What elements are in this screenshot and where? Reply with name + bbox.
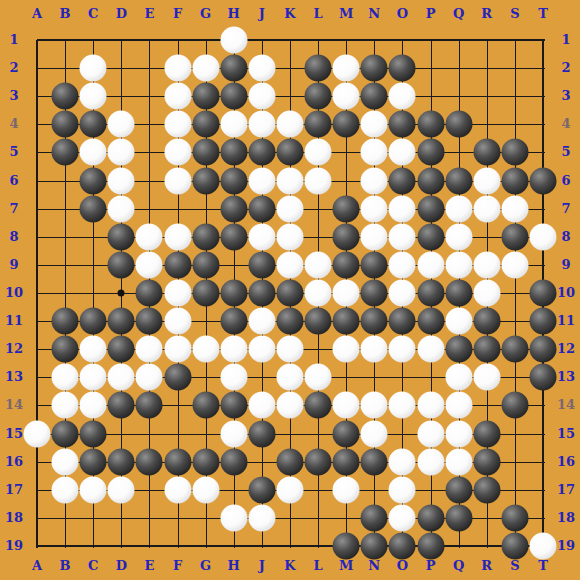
black-stone-P7[interactable] — [417, 195, 444, 222]
white-stone-H1[interactable] — [220, 27, 247, 54]
black-stone-H8[interactable] — [220, 223, 247, 250]
white-stone-H12[interactable] — [220, 336, 247, 363]
row-label-right: 16 — [553, 455, 579, 469]
column-label-bottom: K — [277, 559, 303, 573]
row-label-right: 7 — [553, 202, 579, 216]
column-label-bottom: N — [361, 559, 387, 573]
white-stone-L6[interactable] — [305, 167, 332, 194]
white-stone-O5[interactable] — [389, 139, 416, 166]
column-label-top: C — [80, 7, 106, 21]
black-stone-O19[interactable] — [389, 532, 416, 559]
white-stone-O14[interactable] — [389, 392, 416, 419]
black-stone-B12[interactable] — [52, 336, 79, 363]
black-stone-E11[interactable] — [136, 308, 163, 335]
black-stone-D9[interactable] — [108, 251, 135, 278]
row-label-right: 15 — [553, 427, 579, 441]
white-stone-O7[interactable] — [389, 195, 416, 222]
white-stone-M3[interactable] — [333, 83, 360, 110]
black-stone-O4[interactable] — [389, 111, 416, 138]
row-label-left: 3 — [1, 89, 27, 103]
white-stone-Q14[interactable] — [445, 392, 472, 419]
white-stone-F3[interactable] — [164, 83, 191, 110]
row-label-right: 4 — [553, 117, 579, 131]
black-stone-R5[interactable] — [473, 139, 500, 166]
black-stone-T10[interactable] — [529, 279, 556, 306]
black-stone-J17[interactable] — [248, 476, 275, 503]
black-stone-S19[interactable] — [501, 532, 528, 559]
white-stone-C17[interactable] — [80, 476, 107, 503]
white-stone-A15[interactable] — [24, 420, 51, 447]
white-stone-Q7[interactable] — [445, 195, 472, 222]
black-stone-C16[interactable] — [80, 448, 107, 475]
white-stone-F8[interactable] — [164, 223, 191, 250]
black-stone-Q4[interactable] — [445, 111, 472, 138]
white-stone-D5[interactable] — [108, 139, 135, 166]
black-stone-C7[interactable] — [80, 195, 107, 222]
black-stone-H5[interactable] — [220, 139, 247, 166]
row-label-left: 10 — [1, 286, 27, 300]
black-stone-K11[interactable] — [276, 308, 303, 335]
black-stone-B4[interactable] — [52, 111, 79, 138]
white-stone-R10[interactable] — [473, 279, 500, 306]
column-label-top: O — [389, 7, 415, 21]
black-stone-E14[interactable] — [136, 392, 163, 419]
black-stone-N9[interactable] — [361, 251, 388, 278]
black-stone-L11[interactable] — [305, 308, 332, 335]
column-label-bottom: O — [389, 559, 415, 573]
white-stone-K17[interactable] — [276, 476, 303, 503]
column-label-bottom: M — [333, 559, 359, 573]
black-stone-J5[interactable] — [248, 139, 275, 166]
black-stone-S12[interactable] — [501, 336, 528, 363]
black-stone-B3[interactable] — [52, 83, 79, 110]
column-label-bottom: D — [108, 559, 134, 573]
white-stone-F4[interactable] — [164, 111, 191, 138]
white-stone-O9[interactable] — [389, 251, 416, 278]
black-stone-H11[interactable] — [220, 308, 247, 335]
white-stone-R9[interactable] — [473, 251, 500, 278]
column-label-bottom: L — [305, 559, 331, 573]
black-stone-O11[interactable] — [389, 308, 416, 335]
white-stone-N12[interactable] — [361, 336, 388, 363]
white-stone-N15[interactable] — [361, 420, 388, 447]
grid-line-vertical — [36, 40, 38, 548]
white-stone-K14[interactable] — [276, 392, 303, 419]
white-stone-N4[interactable] — [361, 111, 388, 138]
black-stone-H16[interactable] — [220, 448, 247, 475]
black-stone-E16[interactable] — [136, 448, 163, 475]
row-label-left: 17 — [1, 483, 27, 497]
black-stone-J15[interactable] — [248, 420, 275, 447]
white-stone-Q9[interactable] — [445, 251, 472, 278]
white-stone-F6[interactable] — [164, 167, 191, 194]
white-stone-H15[interactable] — [220, 420, 247, 447]
white-stone-G12[interactable] — [192, 336, 219, 363]
black-stone-G16[interactable] — [192, 448, 219, 475]
white-stone-D17[interactable] — [108, 476, 135, 503]
black-stone-Q18[interactable] — [445, 504, 472, 531]
white-stone-L5[interactable] — [305, 139, 332, 166]
white-stone-O18[interactable] — [389, 504, 416, 531]
column-label-bottom: H — [221, 559, 247, 573]
black-stone-P4[interactable] — [417, 111, 444, 138]
row-label-right: 18 — [553, 511, 579, 525]
black-stone-M7[interactable] — [333, 195, 360, 222]
column-label-top: R — [474, 7, 500, 21]
black-stone-F13[interactable] — [164, 364, 191, 391]
column-label-bottom: R — [474, 559, 500, 573]
black-stone-T13[interactable] — [529, 364, 556, 391]
black-stone-D12[interactable] — [108, 336, 135, 363]
white-stone-P14[interactable] — [417, 392, 444, 419]
black-stone-T11[interactable] — [529, 308, 556, 335]
black-stone-D8[interactable] — [108, 223, 135, 250]
white-stone-E8[interactable] — [136, 223, 163, 250]
black-stone-O2[interactable] — [389, 55, 416, 82]
column-label-top: T — [530, 7, 556, 21]
black-stone-P5[interactable] — [417, 139, 444, 166]
black-stone-H14[interactable] — [220, 392, 247, 419]
black-stone-M4[interactable] — [333, 111, 360, 138]
row-label-right: 5 — [553, 145, 579, 159]
black-stone-T6[interactable] — [529, 167, 556, 194]
black-stone-T12[interactable] — [529, 336, 556, 363]
white-stone-N5[interactable] — [361, 139, 388, 166]
black-stone-P11[interactable] — [417, 308, 444, 335]
white-stone-N6[interactable] — [361, 167, 388, 194]
grid-line-horizontal — [37, 96, 545, 97]
black-stone-R11[interactable] — [473, 308, 500, 335]
row-label-right: 19 — [553, 539, 579, 553]
column-label-top: M — [333, 7, 359, 21]
white-stone-J2[interactable] — [248, 55, 275, 82]
black-stone-P6[interactable] — [417, 167, 444, 194]
white-stone-M2[interactable] — [333, 55, 360, 82]
grid-line-horizontal — [37, 68, 545, 69]
white-stone-J14[interactable] — [248, 392, 275, 419]
column-label-bottom: A — [24, 559, 50, 573]
white-stone-T19[interactable] — [529, 532, 556, 559]
white-stone-K12[interactable] — [276, 336, 303, 363]
black-stone-N11[interactable] — [361, 308, 388, 335]
black-stone-C4[interactable] — [80, 111, 107, 138]
black-stone-N16[interactable] — [361, 448, 388, 475]
row-label-left: 12 — [1, 342, 27, 356]
black-stone-F16[interactable] — [164, 448, 191, 475]
white-stone-F12[interactable] — [164, 336, 191, 363]
column-label-top: A — [24, 7, 50, 21]
black-stone-S5[interactable] — [501, 139, 528, 166]
black-stone-N10[interactable] — [361, 279, 388, 306]
white-stone-J12[interactable] — [248, 336, 275, 363]
column-label-top: E — [136, 7, 162, 21]
black-stone-D16[interactable] — [108, 448, 135, 475]
white-stone-B14[interactable] — [52, 392, 79, 419]
white-stone-L9[interactable] — [305, 251, 332, 278]
black-stone-G8[interactable] — [192, 223, 219, 250]
column-label-top: S — [502, 7, 528, 21]
white-stone-D4[interactable] — [108, 111, 135, 138]
white-stone-Q13[interactable] — [445, 364, 472, 391]
row-label-left: 13 — [1, 370, 27, 384]
black-stone-D14[interactable] — [108, 392, 135, 419]
white-stone-N8[interactable] — [361, 223, 388, 250]
white-stone-K6[interactable] — [276, 167, 303, 194]
column-label-bottom: T — [530, 559, 556, 573]
black-stone-B5[interactable] — [52, 139, 79, 166]
white-stone-M12[interactable] — [333, 336, 360, 363]
black-stone-Q10[interactable] — [445, 279, 472, 306]
white-stone-F2[interactable] — [164, 55, 191, 82]
white-stone-H18[interactable] — [220, 504, 247, 531]
black-stone-B15[interactable] — [52, 420, 79, 447]
black-stone-S14[interactable] — [501, 392, 528, 419]
column-label-top: B — [52, 7, 78, 21]
white-stone-P16[interactable] — [417, 448, 444, 475]
column-label-top: F — [165, 7, 191, 21]
black-stone-H3[interactable] — [220, 83, 247, 110]
black-stone-L4[interactable] — [305, 111, 332, 138]
black-stone-K5[interactable] — [276, 139, 303, 166]
white-stone-K9[interactable] — [276, 251, 303, 278]
black-stone-P18[interactable] — [417, 504, 444, 531]
white-stone-O10[interactable] — [389, 279, 416, 306]
white-stone-J18[interactable] — [248, 504, 275, 531]
white-stone-K7[interactable] — [276, 195, 303, 222]
white-stone-Q8[interactable] — [445, 223, 472, 250]
black-stone-K16[interactable] — [276, 448, 303, 475]
white-stone-M14[interactable] — [333, 392, 360, 419]
grid-line-horizontal — [37, 545, 545, 547]
black-stone-Q6[interactable] — [445, 167, 472, 194]
white-stone-R6[interactable] — [473, 167, 500, 194]
row-label-left: 7 — [1, 202, 27, 216]
row-label-right: 17 — [553, 483, 579, 497]
black-stone-H6[interactable] — [220, 167, 247, 194]
white-stone-Q11[interactable] — [445, 308, 472, 335]
row-label-right: 10 — [553, 286, 579, 300]
column-label-top: N — [361, 7, 387, 21]
white-stone-K4[interactable] — [276, 111, 303, 138]
black-stone-M15[interactable] — [333, 420, 360, 447]
white-stone-D6[interactable] — [108, 167, 135, 194]
white-stone-F17[interactable] — [164, 476, 191, 503]
column-label-bottom: Q — [446, 559, 472, 573]
black-stone-R16[interactable] — [473, 448, 500, 475]
row-label-left: 2 — [1, 61, 27, 75]
column-label-bottom: P — [418, 559, 444, 573]
grid-line-vertical — [515, 40, 516, 548]
black-stone-R17[interactable] — [473, 476, 500, 503]
black-stone-L16[interactable] — [305, 448, 332, 475]
white-stone-O3[interactable] — [389, 83, 416, 110]
white-stone-N14[interactable] — [361, 392, 388, 419]
white-stone-F10[interactable] — [164, 279, 191, 306]
black-stone-P8[interactable] — [417, 223, 444, 250]
row-label-right: 12 — [553, 342, 579, 356]
black-stone-H7[interactable] — [220, 195, 247, 222]
black-stone-P10[interactable] — [417, 279, 444, 306]
black-stone-L2[interactable] — [305, 55, 332, 82]
white-stone-C14[interactable] — [80, 392, 107, 419]
white-stone-L13[interactable] — [305, 364, 332, 391]
black-stone-J7[interactable] — [248, 195, 275, 222]
black-stone-G5[interactable] — [192, 139, 219, 166]
column-label-top: Q — [446, 7, 472, 21]
white-stone-B13[interactable] — [52, 364, 79, 391]
white-stone-T8[interactable] — [529, 223, 556, 250]
white-stone-R7[interactable] — [473, 195, 500, 222]
black-stone-M19[interactable] — [333, 532, 360, 559]
black-stone-P19[interactable] — [417, 532, 444, 559]
row-label-right: 3 — [553, 89, 579, 103]
black-stone-G4[interactable] — [192, 111, 219, 138]
grid-line-horizontal — [37, 39, 545, 41]
row-label-left: 16 — [1, 455, 27, 469]
black-stone-N3[interactable] — [361, 83, 388, 110]
white-stone-Q16[interactable] — [445, 448, 472, 475]
white-stone-J4[interactable] — [248, 111, 275, 138]
white-stone-M17[interactable] — [333, 476, 360, 503]
black-stone-Q12[interactable] — [445, 336, 472, 363]
row-label-right: 11 — [553, 314, 579, 328]
black-stone-G10[interactable] — [192, 279, 219, 306]
row-label-left: 8 — [1, 230, 27, 244]
black-stone-N19[interactable] — [361, 532, 388, 559]
white-stone-E9[interactable] — [136, 251, 163, 278]
white-stone-O17[interactable] — [389, 476, 416, 503]
black-stone-S8[interactable] — [501, 223, 528, 250]
column-label-bottom: J — [249, 559, 275, 573]
column-label-bottom: G — [193, 559, 219, 573]
black-stone-G3[interactable] — [192, 83, 219, 110]
white-stone-P15[interactable] — [417, 420, 444, 447]
white-stone-J11[interactable] — [248, 308, 275, 335]
black-stone-S18[interactable] — [501, 504, 528, 531]
black-stone-M16[interactable] — [333, 448, 360, 475]
white-stone-K8[interactable] — [276, 223, 303, 250]
row-label-right: 14 — [553, 398, 579, 412]
white-stone-F5[interactable] — [164, 139, 191, 166]
black-stone-H10[interactable] — [220, 279, 247, 306]
white-stone-B16[interactable] — [52, 448, 79, 475]
black-stone-C15[interactable] — [80, 420, 107, 447]
white-stone-D13[interactable] — [108, 364, 135, 391]
white-stone-J6[interactable] — [248, 167, 275, 194]
row-label-left: 6 — [1, 174, 27, 188]
row-label-right: 2 — [553, 61, 579, 75]
black-stone-R15[interactable] — [473, 420, 500, 447]
white-stone-H13[interactable] — [220, 364, 247, 391]
white-stone-P9[interactable] — [417, 251, 444, 278]
black-stone-G6[interactable] — [192, 167, 219, 194]
white-stone-G17[interactable] — [192, 476, 219, 503]
black-stone-C6[interactable] — [80, 167, 107, 194]
white-stone-S7[interactable] — [501, 195, 528, 222]
column-label-bottom: C — [80, 559, 106, 573]
black-stone-O6[interactable] — [389, 167, 416, 194]
white-stone-C2[interactable] — [80, 55, 107, 82]
white-stone-E12[interactable] — [136, 336, 163, 363]
row-label-left: 1 — [1, 33, 27, 47]
column-label-bottom: F — [165, 559, 191, 573]
white-stone-C13[interactable] — [80, 364, 107, 391]
white-stone-F11[interactable] — [164, 308, 191, 335]
white-stone-G2[interactable] — [192, 55, 219, 82]
white-stone-C12[interactable] — [80, 336, 107, 363]
black-stone-G9[interactable] — [192, 251, 219, 278]
white-stone-E13[interactable] — [136, 364, 163, 391]
white-stone-O8[interactable] — [389, 223, 416, 250]
white-stone-H4[interactable] — [220, 111, 247, 138]
black-stone-E10[interactable] — [136, 279, 163, 306]
white-stone-B17[interactable] — [52, 476, 79, 503]
star-point — [118, 289, 125, 296]
white-stone-O16[interactable] — [389, 448, 416, 475]
column-label-top: J — [249, 7, 275, 21]
black-stone-R12[interactable] — [473, 336, 500, 363]
column-label-bottom: B — [52, 559, 78, 573]
row-label-left: 9 — [1, 258, 27, 272]
white-stone-N7[interactable] — [361, 195, 388, 222]
column-label-top: L — [305, 7, 331, 21]
black-stone-L14[interactable] — [305, 392, 332, 419]
white-stone-O12[interactable] — [389, 336, 416, 363]
black-stone-J10[interactable] — [248, 279, 275, 306]
white-stone-K13[interactable] — [276, 364, 303, 391]
black-stone-M8[interactable] — [333, 223, 360, 250]
white-stone-M10[interactable] — [333, 279, 360, 306]
black-stone-Q17[interactable] — [445, 476, 472, 503]
column-label-top: H — [221, 7, 247, 21]
go-board[interactable]: AABBCCDDEEFFGGHHJJKKLLMMNNOOPPQQRRSSTT11… — [0, 0, 580, 580]
black-stone-J9[interactable] — [248, 251, 275, 278]
row-label-left: 19 — [1, 539, 27, 553]
black-stone-B11[interactable] — [52, 308, 79, 335]
black-stone-K10[interactable] — [276, 279, 303, 306]
black-stone-G14[interactable] — [192, 392, 219, 419]
white-stone-D7[interactable] — [108, 195, 135, 222]
black-stone-D11[interactable] — [108, 308, 135, 335]
white-stone-R13[interactable] — [473, 364, 500, 391]
black-stone-N2[interactable] — [361, 55, 388, 82]
column-label-top: P — [418, 7, 444, 21]
row-label-right: 8 — [553, 230, 579, 244]
black-stone-N18[interactable] — [361, 504, 388, 531]
white-stone-J8[interactable] — [248, 223, 275, 250]
white-stone-Q15[interactable] — [445, 420, 472, 447]
row-label-left: 14 — [1, 398, 27, 412]
black-stone-S6[interactable] — [501, 167, 528, 194]
black-stone-C11[interactable] — [80, 308, 107, 335]
row-label-left: 11 — [1, 314, 27, 328]
row-label-right: 1 — [553, 33, 579, 47]
black-stone-M9[interactable] — [333, 251, 360, 278]
column-label-bottom: E — [136, 559, 162, 573]
row-label-right: 13 — [553, 370, 579, 384]
row-label-left: 18 — [1, 511, 27, 525]
white-stone-L10[interactable] — [305, 279, 332, 306]
black-stone-M11[interactable] — [333, 308, 360, 335]
white-stone-S9[interactable] — [501, 251, 528, 278]
white-stone-P12[interactable] — [417, 336, 444, 363]
black-stone-F9[interactable] — [164, 251, 191, 278]
black-stone-L3[interactable] — [305, 83, 332, 110]
black-stone-H2[interactable] — [220, 55, 247, 82]
white-stone-C5[interactable] — [80, 139, 107, 166]
white-stone-C3[interactable] — [80, 83, 107, 110]
white-stone-J3[interactable] — [248, 83, 275, 110]
